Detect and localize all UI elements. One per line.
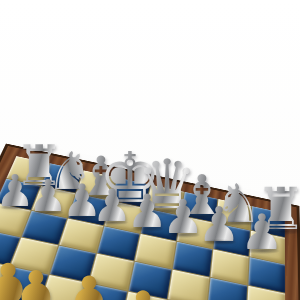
piece-brass-pawn-top-4: ♟ (98, 280, 188, 300)
chess-set-product-photo: ♜♞♝♚♛♝♞♜♟♟♟♟♟♟♟♟♟♟♟♟ (0, 0, 300, 300)
piece-silver-pawn-a2: ♟ (238, 208, 287, 257)
piece-silver-pawn-b2: ♟ (195, 200, 243, 248)
pieces-layer: ♜♞♝♚♛♝♞♜♟♟♟♟♟♟♟♟♟♟♟♟ (0, 0, 300, 300)
